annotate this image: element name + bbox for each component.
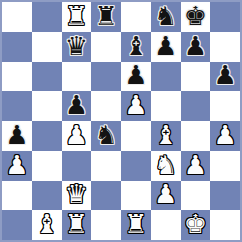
square-f3[interactable]: ♞ (151, 151, 181, 181)
square-g5[interactable] (181, 91, 211, 121)
white-bishop-piece[interactable]: ♝ (35, 211, 58, 237)
square-g1[interactable]: ♚ (181, 210, 211, 240)
black-rook-piece[interactable]: ♜ (94, 3, 117, 29)
square-d4[interactable]: ♞ (91, 121, 121, 151)
square-d2[interactable] (91, 181, 121, 211)
square-f4[interactable]: ♝ (151, 121, 181, 151)
square-d3[interactable] (91, 151, 121, 181)
square-f7[interactable]: ♟ (151, 32, 181, 62)
square-g8[interactable]: ♚ (181, 2, 211, 32)
square-b4[interactable] (32, 121, 62, 151)
white-pawn-piece[interactable]: ♟ (124, 92, 147, 118)
square-a5[interactable] (2, 91, 32, 121)
square-e3[interactable] (121, 151, 151, 181)
square-f6[interactable] (151, 62, 181, 92)
square-b2[interactable] (32, 181, 62, 211)
square-a8[interactable] (2, 2, 32, 32)
square-a2[interactable] (2, 181, 32, 211)
square-a4[interactable]: ♟ (2, 121, 32, 151)
white-rook-piece[interactable]: ♜ (65, 211, 88, 237)
square-c2[interactable]: ♛ (62, 181, 92, 211)
square-g6[interactable] (181, 62, 211, 92)
square-c8[interactable]: ♜ (62, 2, 92, 32)
square-h8[interactable] (210, 2, 240, 32)
white-pawn-piece[interactable]: ♟ (154, 181, 177, 207)
square-f8[interactable]: ♞ (151, 2, 181, 32)
white-queen-piece[interactable]: ♛ (65, 181, 88, 207)
square-h7[interactable] (210, 32, 240, 62)
square-e1[interactable]: ♜ (121, 210, 151, 240)
square-b5[interactable] (32, 91, 62, 121)
square-h2[interactable] (210, 181, 240, 211)
white-pawn-piece[interactable]: ♟ (65, 122, 88, 148)
square-d6[interactable] (91, 62, 121, 92)
square-e6[interactable]: ♟ (121, 62, 151, 92)
black-pawn-piece[interactable]: ♟ (154, 33, 177, 59)
white-knight-piece[interactable]: ♞ (154, 152, 177, 178)
square-c4[interactable]: ♟ (62, 121, 92, 151)
square-e5[interactable]: ♟ (121, 91, 151, 121)
white-rook-piece[interactable]: ♜ (65, 3, 88, 29)
square-b3[interactable] (32, 151, 62, 181)
white-king-piece[interactable]: ♚ (184, 211, 207, 237)
chess-board: ♜♜♞♚♛♝♟♟♟♟♟♟♟♟♞♝♟♟♞♟♛♟♝♜♜♚ (0, 0, 242, 242)
square-g7[interactable]: ♟ (181, 32, 211, 62)
square-h3[interactable] (210, 151, 240, 181)
white-pawn-piece[interactable]: ♟ (5, 152, 28, 178)
square-c3[interactable] (62, 151, 92, 181)
square-g2[interactable] (181, 181, 211, 211)
square-b1[interactable]: ♝ (32, 210, 62, 240)
square-f2[interactable]: ♟ (151, 181, 181, 211)
square-a3[interactable]: ♟ (2, 151, 32, 181)
black-king-piece[interactable]: ♚ (184, 3, 207, 29)
square-d7[interactable] (91, 32, 121, 62)
black-pawn-piece[interactable]: ♟ (5, 122, 28, 148)
square-h1[interactable] (210, 210, 240, 240)
square-d5[interactable] (91, 91, 121, 121)
square-c7[interactable]: ♛ (62, 32, 92, 62)
square-b7[interactable] (32, 32, 62, 62)
square-b6[interactable] (32, 62, 62, 92)
white-rook-piece[interactable]: ♜ (124, 211, 147, 237)
square-d8[interactable]: ♜ (91, 2, 121, 32)
square-c1[interactable]: ♜ (62, 210, 92, 240)
black-queen-piece[interactable]: ♛ (65, 33, 88, 59)
square-a6[interactable] (2, 62, 32, 92)
square-d1[interactable] (91, 210, 121, 240)
square-e8[interactable] (121, 2, 151, 32)
black-pawn-piece[interactable]: ♟ (213, 62, 236, 88)
square-g3[interactable]: ♟ (181, 151, 211, 181)
square-b8[interactable] (32, 2, 62, 32)
square-a1[interactable] (2, 210, 32, 240)
black-bishop-piece[interactable]: ♝ (124, 33, 147, 59)
square-e2[interactable] (121, 181, 151, 211)
square-a7[interactable] (2, 32, 32, 62)
black-knight-piece[interactable]: ♞ (154, 3, 177, 29)
black-pawn-piece[interactable]: ♟ (184, 33, 207, 59)
square-c6[interactable] (62, 62, 92, 92)
square-h5[interactable] (210, 91, 240, 121)
white-pawn-piece[interactable]: ♟ (184, 152, 207, 178)
chess-board-window: ♜♜♞♚♛♝♟♟♟♟♟♟♟♟♞♝♟♟♞♟♛♟♝♜♜♚ (0, 0, 242, 242)
square-g4[interactable] (181, 121, 211, 151)
square-h4[interactable]: ♟ (210, 121, 240, 151)
white-pawn-piece[interactable]: ♟ (213, 122, 236, 148)
white-bishop-piece[interactable]: ♝ (154, 122, 177, 148)
black-pawn-piece[interactable]: ♟ (65, 92, 88, 118)
square-c5[interactable]: ♟ (62, 91, 92, 121)
square-f1[interactable] (151, 210, 181, 240)
square-h6[interactable]: ♟ (210, 62, 240, 92)
black-pawn-piece[interactable]: ♟ (124, 62, 147, 88)
square-e7[interactable]: ♝ (121, 32, 151, 62)
black-knight-piece[interactable]: ♞ (94, 122, 117, 148)
square-e4[interactable] (121, 121, 151, 151)
square-f5[interactable] (151, 91, 181, 121)
